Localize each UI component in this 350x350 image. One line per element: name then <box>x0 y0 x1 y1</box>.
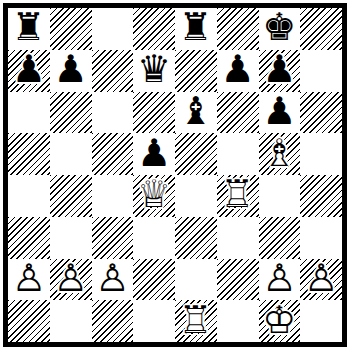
piece-white-queen-d4: ♛♕ <box>133 175 175 217</box>
piece-white-pawn-b2: ♟♙ <box>50 259 92 301</box>
square-g2[interactable]: ♟♙ <box>259 259 301 301</box>
square-c3[interactable] <box>92 217 134 259</box>
square-h3[interactable] <box>300 217 342 259</box>
square-a1[interactable] <box>8 300 50 342</box>
black-pawn-icon: ♟ <box>8 50 50 92</box>
white-pawn-icon: ♙ <box>259 259 301 301</box>
black-pawn-icon: ♟ <box>259 92 301 134</box>
square-a2[interactable]: ♟♙ <box>8 259 50 301</box>
square-d1[interactable] <box>133 300 175 342</box>
square-g3[interactable] <box>259 217 301 259</box>
square-g1[interactable]: ♚♔ <box>259 300 301 342</box>
piece-white-rook-f4: ♜♖ <box>217 175 259 217</box>
white-pawn-icon: ♙ <box>300 259 342 301</box>
square-h4[interactable] <box>300 175 342 217</box>
square-e5[interactable] <box>175 133 217 175</box>
square-e2[interactable] <box>175 259 217 301</box>
square-d8[interactable] <box>133 8 175 50</box>
piece-black-pawn-b7: ♟♟ <box>50 50 92 92</box>
white-rook-icon: ♖ <box>217 175 259 217</box>
chess-diagram: ♜♜♜♜♚♚♟♟♟♟♛♛♟♟♟♟♝♝♟♟♟♟♝♗♛♕♜♖♟♙♟♙♟♙♟♙♟♙♜♖… <box>0 0 350 350</box>
square-e7[interactable] <box>175 50 217 92</box>
square-g4[interactable] <box>259 175 301 217</box>
square-f2[interactable] <box>217 259 259 301</box>
black-pawn-icon: ♟ <box>50 50 92 92</box>
piece-white-bishop-g5: ♝♗ <box>259 133 301 175</box>
square-a8[interactable]: ♜♜ <box>8 8 50 50</box>
square-a4[interactable] <box>8 175 50 217</box>
square-e3[interactable] <box>175 217 217 259</box>
square-c2[interactable]: ♟♙ <box>92 259 134 301</box>
piece-black-queen-d7: ♛♛ <box>133 50 175 92</box>
white-pawn-icon: ♙ <box>92 259 134 301</box>
square-a3[interactable] <box>8 217 50 259</box>
square-b5[interactable] <box>50 133 92 175</box>
square-e8[interactable]: ♜♜ <box>175 8 217 50</box>
square-c6[interactable] <box>92 92 134 134</box>
chess-board: ♜♜♜♜♚♚♟♟♟♟♛♛♟♟♟♟♝♝♟♟♟♟♝♗♛♕♜♖♟♙♟♙♟♙♟♙♟♙♜♖… <box>8 8 342 342</box>
square-a5[interactable] <box>8 133 50 175</box>
black-pawn-icon: ♟ <box>259 50 301 92</box>
square-b6[interactable] <box>50 92 92 134</box>
square-d4[interactable]: ♛♕ <box>133 175 175 217</box>
piece-black-pawn-g7: ♟♟ <box>259 50 301 92</box>
piece-white-pawn-c2: ♟♙ <box>92 259 134 301</box>
white-pawn-icon: ♙ <box>50 259 92 301</box>
square-b2[interactable]: ♟♙ <box>50 259 92 301</box>
black-king-icon: ♚ <box>259 8 301 50</box>
black-rook-icon: ♜ <box>8 8 50 50</box>
white-pawn-icon: ♙ <box>8 259 50 301</box>
square-c7[interactable] <box>92 50 134 92</box>
square-f8[interactable] <box>217 8 259 50</box>
white-king-icon: ♔ <box>259 300 301 342</box>
black-pawn-icon: ♟ <box>133 133 175 175</box>
square-b7[interactable]: ♟♟ <box>50 50 92 92</box>
square-f5[interactable] <box>217 133 259 175</box>
piece-white-king-g1: ♚♔ <box>259 300 301 342</box>
square-a7[interactable]: ♟♟ <box>8 50 50 92</box>
square-g6[interactable]: ♟♟ <box>259 92 301 134</box>
square-b1[interactable] <box>50 300 92 342</box>
square-b4[interactable] <box>50 175 92 217</box>
square-h5[interactable] <box>300 133 342 175</box>
piece-black-rook-a8: ♜♜ <box>8 8 50 50</box>
piece-black-pawn-f7: ♟♟ <box>217 50 259 92</box>
piece-white-pawn-a2: ♟♙ <box>8 259 50 301</box>
board-frame: ♜♜♜♜♚♚♟♟♟♟♛♛♟♟♟♟♝♝♟♟♟♟♝♗♛♕♜♖♟♙♟♙♟♙♟♙♟♙♜♖… <box>3 3 347 347</box>
square-e6[interactable]: ♝♝ <box>175 92 217 134</box>
square-h2[interactable]: ♟♙ <box>300 259 342 301</box>
square-a6[interactable] <box>8 92 50 134</box>
square-b3[interactable] <box>50 217 92 259</box>
square-f1[interactable] <box>217 300 259 342</box>
square-g8[interactable]: ♚♚ <box>259 8 301 50</box>
square-c5[interactable] <box>92 133 134 175</box>
piece-black-pawn-a7: ♟♟ <box>8 50 50 92</box>
square-g7[interactable]: ♟♟ <box>259 50 301 92</box>
square-h1[interactable] <box>300 300 342 342</box>
square-f6[interactable] <box>217 92 259 134</box>
square-c1[interactable] <box>92 300 134 342</box>
square-f3[interactable] <box>217 217 259 259</box>
square-d7[interactable]: ♛♛ <box>133 50 175 92</box>
piece-black-king-g8: ♚♚ <box>259 8 301 50</box>
black-bishop-icon: ♝ <box>175 92 217 134</box>
square-c4[interactable] <box>92 175 134 217</box>
piece-black-pawn-d5: ♟♟ <box>133 133 175 175</box>
piece-black-rook-e8: ♜♜ <box>175 8 217 50</box>
piece-white-pawn-h2: ♟♙ <box>300 259 342 301</box>
piece-black-bishop-e6: ♝♝ <box>175 92 217 134</box>
square-h7[interactable] <box>300 50 342 92</box>
white-rook-icon: ♖ <box>175 300 217 342</box>
black-rook-icon: ♜ <box>175 8 217 50</box>
piece-white-pawn-g2: ♟♙ <box>259 259 301 301</box>
black-queen-icon: ♛ <box>133 50 175 92</box>
square-b8[interactable] <box>50 8 92 50</box>
square-d2[interactable] <box>133 259 175 301</box>
square-g5[interactable]: ♝♗ <box>259 133 301 175</box>
square-f4[interactable]: ♜♖ <box>217 175 259 217</box>
square-d6[interactable] <box>133 92 175 134</box>
square-h6[interactable] <box>300 92 342 134</box>
square-d5[interactable]: ♟♟ <box>133 133 175 175</box>
piece-black-pawn-g6: ♟♟ <box>259 92 301 134</box>
black-pawn-icon: ♟ <box>217 50 259 92</box>
square-h8[interactable] <box>300 8 342 50</box>
square-c8[interactable] <box>92 8 134 50</box>
square-d3[interactable] <box>133 217 175 259</box>
piece-white-rook-e1: ♜♖ <box>175 300 217 342</box>
square-f7[interactable]: ♟♟ <box>217 50 259 92</box>
white-bishop-icon: ♗ <box>259 133 301 175</box>
white-queen-icon: ♕ <box>133 175 175 217</box>
square-e1[interactable]: ♜♖ <box>175 300 217 342</box>
square-e4[interactable] <box>175 175 217 217</box>
